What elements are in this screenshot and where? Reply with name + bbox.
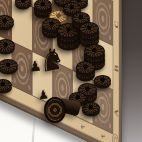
corner-arrow-mark: ← xyxy=(76,119,90,134)
board-photo: ABCDEFGH ←← ♞♟♟ xyxy=(0,0,142,142)
board-square xyxy=(0,32,12,85)
file-letters: ABCDEFGH xyxy=(113,0,119,136)
corner-arrow-mark: ← xyxy=(96,128,110,142)
board-square xyxy=(0,0,12,41)
